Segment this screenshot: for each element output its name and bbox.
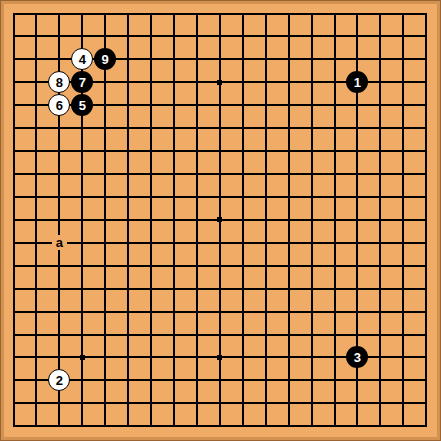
point-label-a: a: [52, 235, 67, 250]
star-point: [217, 355, 222, 360]
star-point: [80, 355, 85, 360]
stone-black-9: 9: [94, 48, 116, 70]
stone-black-1: 1: [346, 71, 368, 93]
stone-white-2: 2: [48, 369, 70, 391]
grid-line-horizontal: [13, 425, 428, 427]
grid-line-horizontal: [13, 311, 428, 313]
grid-line-vertical: [425, 13, 427, 428]
stone-black-5: 5: [71, 94, 93, 116]
grid-line-vertical: [334, 13, 336, 428]
grid-line-vertical: [288, 13, 290, 428]
stone-white-6: 6: [48, 94, 70, 116]
grid-line-vertical: [242, 13, 244, 428]
star-point: [217, 80, 222, 85]
grid-line-vertical: [402, 13, 404, 428]
grid-line-vertical: [265, 13, 267, 428]
star-point: [217, 217, 222, 222]
grid-line-horizontal: [13, 288, 428, 290]
grid-line-horizontal: [13, 265, 428, 267]
stone-white-8: 8: [48, 71, 70, 93]
stone-black-3: 3: [346, 346, 368, 368]
stone-white-4: 4: [71, 48, 93, 70]
grid-line-horizontal: [13, 242, 428, 244]
stone-black-7: 7: [71, 71, 93, 93]
grid-line-horizontal: [13, 334, 428, 336]
grid-line-horizontal: [13, 402, 428, 404]
go-board: a123456789: [0, 0, 441, 441]
grid-line-horizontal: [13, 379, 428, 381]
grid-line-vertical: [311, 13, 313, 428]
grid-line-vertical: [379, 13, 381, 428]
